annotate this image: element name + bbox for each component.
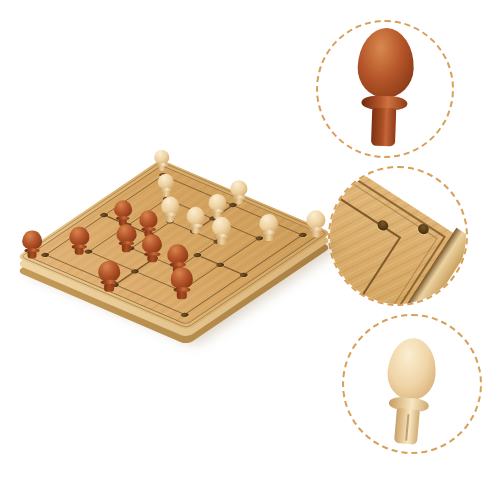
peg-light-e4[interactable] [186,207,204,233]
peg-part-ph [117,224,136,243]
peg-light-g4[interactable] [231,180,248,204]
dark-peg-closeup [355,27,415,147]
peg-light-e5[interactable] [212,217,231,244]
light-peg-stem [394,408,420,445]
peg-dark-a1[interactable] [22,231,42,259]
peg-light-g7[interactable] [307,210,326,237]
peg-part-ps [104,284,114,292]
peg-part-ph [70,227,90,246]
peg-part-ph [231,180,248,196]
peg-part-ph [209,194,227,211]
peg-light-f4[interactable] [209,194,227,219]
peg-part-ph [98,261,120,282]
peg-dark-d2[interactable] [114,200,132,226]
peg-part-ps [312,230,321,237]
board-point-a7[interactable] [180,312,191,318]
peg-part-ps [122,244,131,251]
peg-part-ph [168,244,189,264]
board-corner-closeup [328,166,456,306]
peg-part-ph [114,200,132,217]
peg-part-ps [166,216,174,223]
peg-part-ph [186,207,204,225]
light-peg-closeup [381,336,438,446]
peg-part-ps [162,191,169,197]
peg-part-ph [161,197,179,214]
peg-dark-c3[interactable] [117,224,136,252]
product-photo-canvas [0,0,500,500]
peg-part-ps [159,166,166,171]
dark-peg-head [357,27,415,99]
peg-part-ps [177,291,187,299]
peg-dark-a4[interactable] [98,261,120,292]
light-peg-head [385,336,438,402]
peg-part-ps [27,252,36,259]
dark-peg-stem [371,108,396,147]
peg-part-ps [75,248,84,255]
peg-light-f2[interactable] [158,173,174,196]
peg-part-ps [235,198,243,204]
peg-part-ph [22,231,42,250]
peg-part-ph [171,267,193,289]
callout-light-peg [342,314,482,454]
peg-light-e3[interactable] [161,197,179,222]
callout-dark-peg [316,20,454,158]
light-peg-stem-slot [405,414,409,440]
peg-dark-b2[interactable] [70,227,90,255]
peg-part-ph [212,217,231,236]
peg-part-ph [307,210,326,228]
peg-dark-b6[interactable] [171,267,193,299]
peg-part-ps [191,226,199,233]
peg-part-ps [264,234,273,241]
peg-part-ph [142,234,162,254]
peg-part-ps [217,237,226,244]
peg-part-ph [259,214,278,232]
peg-light-g1[interactable] [155,150,170,171]
peg-light-f6[interactable] [259,214,278,241]
callout-board-corner [328,166,468,306]
peg-part-ps [148,255,157,262]
peg-part-ph [139,210,158,228]
peg-dark-c4[interactable] [142,234,162,263]
